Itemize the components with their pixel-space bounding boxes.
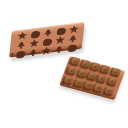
cavity-tree-shape [16,41,26,49]
mold-cavity-cell [40,46,53,56]
chocolate-top-facet [102,67,108,72]
mold-cavity-cell [66,43,79,53]
chocolate-top-facet [105,88,111,93]
mold-cavity-cell [68,25,81,35]
chocolate-top-facet [82,62,88,67]
chocolate-top-facet [79,71,85,76]
product-photo [0,0,128,128]
chocolate-top-facet [69,68,75,73]
chocolate-top-facet [95,86,101,91]
cavity-flower-shape [42,38,52,46]
chocolate-piece [106,77,117,87]
chocolate-piece [103,86,114,96]
chocolate-top-facet [92,65,98,70]
cavity-flower-shape [67,44,77,52]
mold-cavity-cell [29,29,42,39]
mold-cavity-cell [41,37,54,47]
mold-cavity-cell [15,40,28,50]
chocolate-grid [63,58,122,98]
cavity-star-shape [29,39,40,48]
cavity-tree-shape [28,48,38,56]
mold-cavity-cell [27,48,40,58]
mold-cavity-cell [53,45,66,55]
silicone-mold-filled [59,56,125,100]
mold-cavity-cell [54,35,67,45]
cavity-star-shape [17,31,28,40]
mold-cavity-cell [14,49,27,59]
mounting-hole [11,53,13,55]
chocolate-top-facet [112,70,118,75]
chocolate-top-facet [99,76,105,81]
mold-cavity-cell [16,31,29,41]
mold-cavity-grid [14,25,80,54]
chocolate-top-facet [85,83,91,88]
chocolate-top-facet [109,79,115,84]
cavity-star-shape [68,25,79,34]
mold-cavity-cell [55,26,68,36]
chocolate-piece [109,68,120,78]
chocolate-top-facet [65,78,71,83]
mold-cavity-cell [28,39,41,49]
cavity-flower-shape [56,27,66,35]
cavity-tree-shape [43,28,53,36]
cavity-tree-shape [68,35,78,43]
mold-cavity-cell [67,34,80,44]
cavity-star-shape [41,46,52,55]
cavity-tree-shape [54,45,64,53]
cavity-flower-shape [30,30,40,38]
silicone-mold-empty [9,22,84,57]
cavity-star-shape [55,36,66,45]
chocolate-top-facet [89,74,95,79]
cavity-flower-shape [16,50,26,58]
chocolate-top-facet [75,80,81,85]
chocolate-top-facet [72,59,78,64]
chocolate-cell [103,87,115,98]
